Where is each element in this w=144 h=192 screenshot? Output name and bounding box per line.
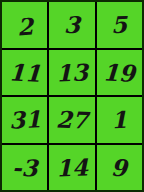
cell-value: 27 bbox=[56, 108, 89, 132]
cell-value: 9 bbox=[111, 155, 128, 179]
cell-value: -3 bbox=[11, 155, 37, 179]
cell-value: 3 bbox=[64, 13, 81, 37]
grid-cell-r2c2: 13 bbox=[49, 50, 94, 96]
grid-cell-r4c1: -3 bbox=[2, 145, 47, 191]
grid-cell-r3c3: 1 bbox=[97, 97, 142, 143]
cell-value: 14 bbox=[56, 155, 89, 179]
grid-cell-r4c3: 9 bbox=[97, 145, 142, 191]
grid-cell-r3c1: 31 bbox=[2, 97, 47, 143]
grid-cell-r2c3: 19 bbox=[97, 50, 142, 96]
number-grid-board: 2 3 5 11 13 19 31 27 1 -3 14 9 bbox=[0, 0, 144, 192]
grid-cell-r1c3: 5 bbox=[97, 2, 142, 48]
cell-value: 2 bbox=[16, 15, 34, 39]
grid-cell-r2c1: 11 bbox=[2, 50, 47, 96]
grid-cell-r4c2: 14 bbox=[49, 145, 94, 191]
cell-value: 1 bbox=[111, 108, 128, 132]
grid-cell-r3c2: 27 bbox=[49, 97, 94, 143]
cell-value: 5 bbox=[111, 13, 128, 37]
grid-cell-r1c1: 2 bbox=[2, 2, 47, 48]
cell-value: 19 bbox=[103, 60, 136, 85]
cell-value: 31 bbox=[8, 107, 41, 132]
cell-value: 11 bbox=[8, 60, 41, 85]
cell-value: 13 bbox=[56, 60, 89, 84]
grid-cell-r1c2: 3 bbox=[49, 2, 94, 48]
